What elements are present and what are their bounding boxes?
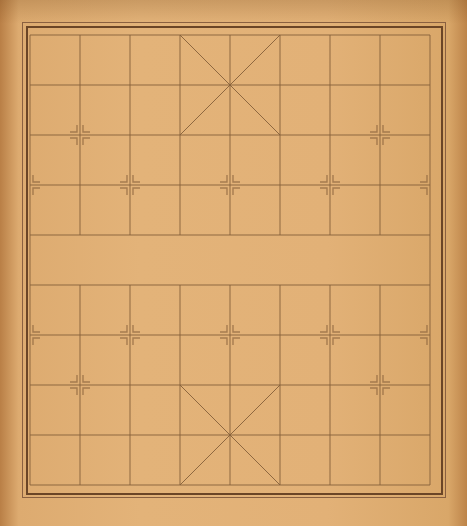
board-edge-shading <box>0 0 467 24</box>
xiangqi-board[interactable]: 楚河 漢界 將士兵士馬車炮卒帥 <box>0 0 467 526</box>
board-frame-inner <box>26 26 443 495</box>
